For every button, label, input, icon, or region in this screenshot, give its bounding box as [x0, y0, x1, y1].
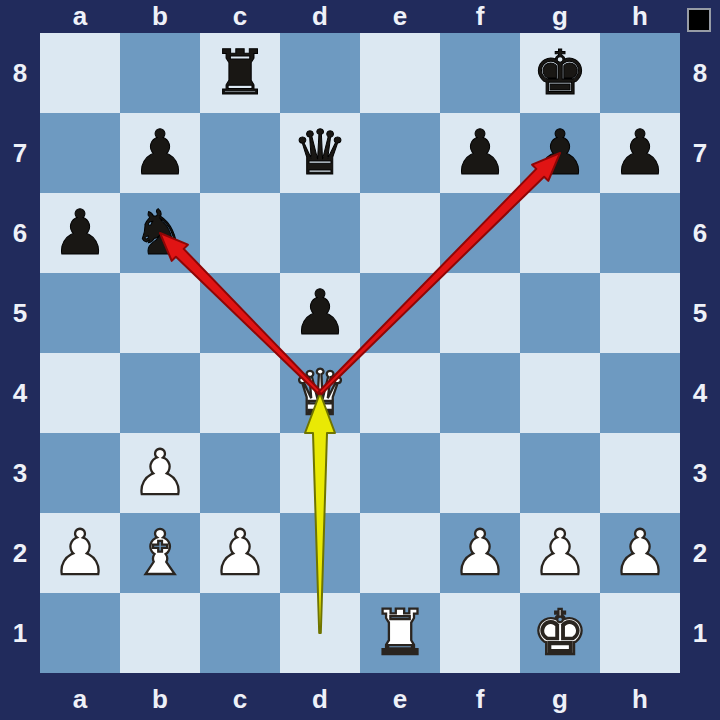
square-b6[interactable]: ♞ [120, 193, 200, 273]
square-b2[interactable]: ♝ [120, 513, 200, 593]
square-f1[interactable] [440, 593, 520, 673]
rank-label-8: 8 [680, 33, 720, 113]
file-label-g: g [520, 0, 600, 33]
file-label-b: b [120, 0, 200, 33]
piece-white-pawn-f2[interactable]: ♟ [440, 513, 520, 593]
rank-label-5: 5 [680, 273, 720, 353]
square-g5[interactable] [520, 273, 600, 353]
square-d8[interactable] [280, 33, 360, 113]
piece-white-rook-e1[interactable]: ♜ [360, 593, 440, 673]
file-label-e: e [360, 679, 440, 720]
piece-black-king-g8[interactable]: ♚ [520, 33, 600, 113]
square-g6[interactable] [520, 193, 600, 273]
square-e2[interactable] [360, 513, 440, 593]
square-e7[interactable] [360, 113, 440, 193]
square-h7[interactable]: ♟ [600, 113, 680, 193]
square-f7[interactable]: ♟ [440, 113, 520, 193]
file-label-f: f [440, 679, 520, 720]
rank-label-3: 3 [0, 433, 40, 513]
square-b3[interactable]: ♟ [120, 433, 200, 513]
square-e1[interactable]: ♜ [360, 593, 440, 673]
rank-label-2: 2 [680, 513, 720, 593]
file-label-e: e [360, 0, 440, 33]
square-h4[interactable] [600, 353, 680, 433]
piece-black-pawn-b7[interactable]: ♟ [120, 113, 200, 193]
square-c3[interactable] [200, 433, 280, 513]
square-c8[interactable]: ♜ [200, 33, 280, 113]
square-g3[interactable] [520, 433, 600, 513]
square-g8[interactable]: ♚ [520, 33, 600, 113]
rank-labels-left: 87654321 [0, 33, 40, 673]
square-d4[interactable]: ♛ [280, 353, 360, 433]
square-e3[interactable] [360, 433, 440, 513]
file-label-a: a [40, 0, 120, 33]
file-label-c: c [200, 679, 280, 720]
square-a8[interactable] [40, 33, 120, 113]
square-h8[interactable] [600, 33, 680, 113]
black-to-move-indicator [687, 8, 711, 32]
square-d1[interactable] [280, 593, 360, 673]
square-e6[interactable] [360, 193, 440, 273]
rank-label-6: 6 [0, 193, 40, 273]
square-h3[interactable] [600, 433, 680, 513]
square-g7[interactable]: ♟ [520, 113, 600, 193]
square-b5[interactable] [120, 273, 200, 353]
piece-white-pawn-b3[interactable]: ♟ [120, 433, 200, 513]
rank-label-3: 3 [680, 433, 720, 513]
rank-label-8: 8 [0, 33, 40, 113]
square-f2[interactable]: ♟ [440, 513, 520, 593]
piece-black-knight-b6[interactable]: ♞ [120, 193, 200, 273]
file-label-d: d [280, 679, 360, 720]
square-f3[interactable] [440, 433, 520, 513]
file-labels-top: abcdefgh [40, 0, 680, 33]
piece-white-king-g1[interactable]: ♚ [520, 593, 600, 673]
rank-label-4: 4 [680, 353, 720, 433]
square-f5[interactable] [440, 273, 520, 353]
square-d2[interactable] [280, 513, 360, 593]
square-e8[interactable] [360, 33, 440, 113]
piece-black-pawn-d5[interactable]: ♟ [280, 273, 360, 353]
square-a7[interactable] [40, 113, 120, 193]
chess-diagram: abcdefgh abcdefgh 87654321 87654321 ♜♚♟♛… [0, 0, 720, 720]
file-label-h: h [600, 679, 680, 720]
square-g1[interactable]: ♚ [520, 593, 600, 673]
piece-white-pawn-h2[interactable]: ♟ [600, 513, 680, 593]
square-f6[interactable] [440, 193, 520, 273]
rank-label-7: 7 [680, 113, 720, 193]
square-a3[interactable] [40, 433, 120, 513]
file-label-g: g [520, 679, 600, 720]
square-c6[interactable] [200, 193, 280, 273]
square-e5[interactable] [360, 273, 440, 353]
piece-white-queen-d4[interactable]: ♛ [280, 353, 360, 433]
square-g4[interactable] [520, 353, 600, 433]
square-e4[interactable] [360, 353, 440, 433]
square-d6[interactable] [280, 193, 360, 273]
piece-black-queen-d7[interactable]: ♛ [280, 113, 360, 193]
file-label-c: c [200, 0, 280, 33]
piece-black-pawn-g7[interactable]: ♟ [520, 113, 600, 193]
rank-label-7: 7 [0, 113, 40, 193]
square-a6[interactable]: ♟ [40, 193, 120, 273]
square-a1[interactable] [40, 593, 120, 673]
file-label-f: f [440, 0, 520, 33]
square-b7[interactable]: ♟ [120, 113, 200, 193]
piece-black-pawn-f7[interactable]: ♟ [440, 113, 520, 193]
square-g2[interactable]: ♟ [520, 513, 600, 593]
square-d3[interactable] [280, 433, 360, 513]
piece-white-pawn-g2[interactable]: ♟ [520, 513, 600, 593]
square-h1[interactable] [600, 593, 680, 673]
square-f4[interactable] [440, 353, 520, 433]
square-d5[interactable]: ♟ [280, 273, 360, 353]
square-a2[interactable]: ♟ [40, 513, 120, 593]
square-a5[interactable] [40, 273, 120, 353]
square-c7[interactable] [200, 113, 280, 193]
square-c5[interactable] [200, 273, 280, 353]
square-h5[interactable] [600, 273, 680, 353]
square-f8[interactable] [440, 33, 520, 113]
file-label-d: d [280, 0, 360, 33]
square-h6[interactable] [600, 193, 680, 273]
square-b1[interactable] [120, 593, 200, 673]
square-c1[interactable] [200, 593, 280, 673]
square-b4[interactable] [120, 353, 200, 433]
file-label-h: h [600, 0, 680, 33]
file-labels-bottom: abcdefgh [40, 679, 680, 720]
piece-white-bishop-b2[interactable]: ♝ [120, 513, 200, 593]
square-c2[interactable]: ♟ [200, 513, 280, 593]
rank-label-5: 5 [0, 273, 40, 353]
file-label-b: b [120, 679, 200, 720]
rank-label-1: 1 [680, 593, 720, 673]
square-h2[interactable]: ♟ [600, 513, 680, 593]
piece-white-pawn-c2[interactable]: ♟ [200, 513, 280, 593]
square-c4[interactable] [200, 353, 280, 433]
piece-white-pawn-a2[interactable]: ♟ [40, 513, 120, 593]
piece-black-rook-c8[interactable]: ♜ [200, 33, 280, 113]
rank-label-2: 2 [0, 513, 40, 593]
square-a4[interactable] [40, 353, 120, 433]
rank-label-1: 1 [0, 593, 40, 673]
rank-label-6: 6 [680, 193, 720, 273]
board: ♜♚♟♛♟♟♟♟♞♟♛♟♟♝♟♟♟♟♜♚ [40, 33, 680, 673]
piece-black-pawn-a6[interactable]: ♟ [40, 193, 120, 273]
rank-label-4: 4 [0, 353, 40, 433]
rank-labels-right: 87654321 [680, 33, 720, 673]
file-label-a: a [40, 679, 120, 720]
square-b8[interactable] [120, 33, 200, 113]
piece-black-pawn-h7[interactable]: ♟ [600, 113, 680, 193]
square-d7[interactable]: ♛ [280, 113, 360, 193]
